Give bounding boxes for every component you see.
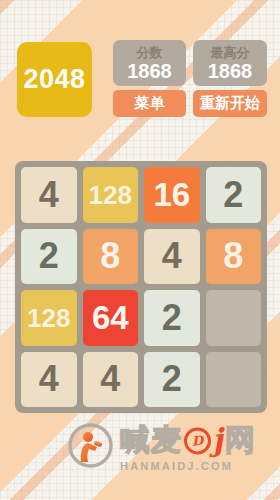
tile-128: 128	[83, 167, 139, 223]
dj-d-letter: D	[183, 426, 212, 455]
restart-button[interactable]: 重新开始	[193, 90, 267, 117]
tile-4: 4	[21, 167, 77, 223]
dj-singer-icon	[67, 422, 114, 469]
watermark-cn-left: 喊麦	[120, 420, 182, 461]
tile-2: 2	[206, 167, 262, 223]
watermark: 喊麦 D j 网 HANMAIDJ.COM	[67, 422, 256, 472]
dj-j-letter: j	[211, 425, 224, 453]
tile-2: 2	[21, 229, 77, 285]
score-box: 分数 1868	[113, 40, 186, 86]
game-board[interactable]: 41281622848128642442	[15, 161, 267, 413]
tile-2: 2	[144, 290, 200, 346]
tile-4: 4	[21, 352, 77, 408]
tile-8: 8	[83, 229, 139, 285]
logo-2048-tile: 2048	[17, 42, 92, 117]
dj-logo: D j	[183, 425, 224, 455]
best-score-value: 1868	[208, 60, 253, 82]
score-value: 1868	[127, 60, 172, 82]
watermark-cn-right: 网	[225, 420, 256, 461]
tile-4: 4	[144, 229, 200, 285]
tile-16: 16	[144, 167, 200, 223]
watermark-domain: HANMAIDJ.COM	[120, 460, 256, 472]
best-score-box: 最高分 1868	[193, 40, 267, 86]
tile-64: 64	[83, 290, 139, 346]
score-label: 分数	[137, 45, 163, 60]
tile-128: 128	[21, 290, 77, 346]
tile-4: 4	[83, 352, 139, 408]
empty-cell	[206, 352, 262, 408]
best-score-label: 最高分	[211, 45, 250, 60]
tile-2: 2	[144, 352, 200, 408]
empty-cell	[206, 290, 262, 346]
menu-button[interactable]: 菜单	[113, 90, 186, 117]
app-screen: 2048 分数 1868 最高分 1868 菜单 重新开始 4128162284…	[0, 0, 280, 500]
tile-8: 8	[206, 229, 262, 285]
